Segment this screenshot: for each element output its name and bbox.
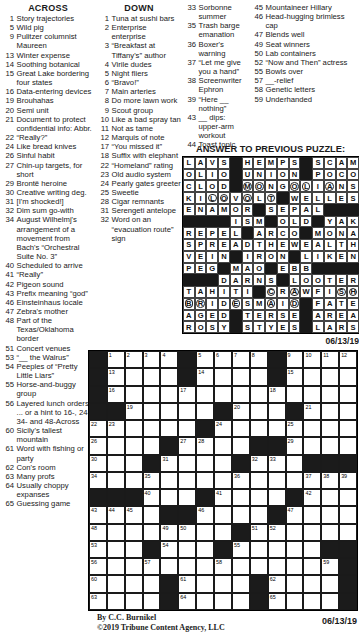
- down-clue-number: 43: [184, 113, 196, 140]
- cell-r9c10[interactable]: [250, 489, 268, 506]
- black-cell-r4c8: [214, 403, 232, 420]
- cell-r7c5[interactable]: 31: [160, 455, 178, 472]
- cell-r3c13[interactable]: [303, 386, 321, 403]
- cell-r14c7[interactable]: [196, 575, 214, 592]
- cell-r5c14[interactable]: [321, 420, 339, 437]
- cell-r1c5[interactable]: 4: [160, 351, 178, 368]
- answer-cell-r15c11: [300, 321, 312, 333]
- answer-cell-r14c15: A: [347, 310, 359, 322]
- cell-r3c4[interactable]: [143, 386, 161, 403]
- cell-r8c13[interactable]: 37: [303, 472, 321, 489]
- cell-r2c15[interactable]: [339, 368, 357, 385]
- cell-r6c2[interactable]: [107, 437, 125, 454]
- cell-r2c14[interactable]: [321, 368, 339, 385]
- cell-r10c7[interactable]: 46: [196, 506, 214, 523]
- cell-r7c12[interactable]: [286, 455, 304, 472]
- black-cell-r9c7: [196, 489, 214, 506]
- answer-cell-r13c4: D: [218, 298, 230, 310]
- cell-r13c8[interactable]: 58: [214, 558, 232, 575]
- down-clue-number: 1: [97, 14, 109, 23]
- cell-r15c4[interactable]: [143, 593, 161, 610]
- cell-r3c7[interactable]: [196, 386, 214, 403]
- cell-r4c13[interactable]: 21: [303, 403, 321, 420]
- down-clue-number: 7: [97, 87, 109, 96]
- cell-r5c6[interactable]: [178, 420, 196, 437]
- cell-r11c14[interactable]: [321, 524, 339, 541]
- cell-r13c7[interactable]: [196, 558, 214, 575]
- cell-r10c13[interactable]: [303, 506, 321, 523]
- cell-r12c9[interactable]: 55: [232, 541, 250, 558]
- down-clue-text: Night fliers: [112, 69, 182, 78]
- cell-r11c1[interactable]: 48: [89, 524, 107, 541]
- cell-r5c15[interactable]: [339, 420, 357, 437]
- cell-r5c5[interactable]: [160, 420, 178, 437]
- across-clue-number: 32: [2, 206, 14, 215]
- cell-r6c15[interactable]: [339, 437, 357, 454]
- cell-r12c12[interactable]: [286, 541, 304, 558]
- across-clue-text: Soothing botanical: [17, 60, 95, 69]
- down-clue-33: 33Sorbonne summer: [184, 3, 249, 21]
- across-clue-number: 29: [2, 179, 14, 188]
- theme-circle: [243, 182, 252, 191]
- down-clue-36: 36Boxer's warning: [184, 40, 249, 58]
- cell-r9c4[interactable]: 40: [143, 489, 161, 506]
- cell-r1c10[interactable]: 8: [250, 351, 268, 368]
- cell-r14c8[interactable]: [214, 575, 232, 592]
- cell-r6c8[interactable]: [214, 437, 232, 454]
- cell-r15c2[interactable]: [107, 593, 125, 610]
- cell-r12c6[interactable]: [178, 541, 196, 558]
- cell-r15c9[interactable]: [232, 593, 250, 610]
- cell-r3c5[interactable]: [160, 386, 178, 403]
- down-clue-number: 33: [184, 3, 196, 21]
- answer-cell-r11c1: [183, 274, 195, 286]
- cell-r8c8[interactable]: [214, 472, 232, 489]
- black-cell-r12c14: [321, 541, 339, 558]
- cell-r10c14[interactable]: [321, 506, 339, 523]
- cell-r7c8[interactable]: [214, 455, 232, 472]
- cell-r8c3[interactable]: [125, 472, 143, 489]
- across-clue-text: Like bread knives: [17, 142, 95, 151]
- cell-r4c5[interactable]: [160, 403, 178, 420]
- cell-r2c5[interactable]: [160, 368, 178, 385]
- cell-r5c13[interactable]: [303, 420, 321, 437]
- answer-cell-r11c13: T: [324, 274, 336, 286]
- answer-cell-r6c12: [312, 216, 324, 228]
- cell-r1c12[interactable]: 9: [286, 351, 304, 368]
- cell-number-42: 42: [305, 490, 311, 496]
- cell-r11c6[interactable]: 50: [178, 524, 196, 541]
- down-clue-number: 3: [97, 41, 109, 59]
- across-clue-text: Great Lake bordering four states: [17, 69, 95, 87]
- down-header: DOWN: [97, 3, 181, 13]
- cell-r15c1[interactable]: 63: [89, 593, 107, 610]
- answer-cell-r5c14: [336, 204, 348, 216]
- across-clue-number: 55: [2, 380, 14, 398]
- cell-r15c12[interactable]: [286, 593, 304, 610]
- down-clue-number: 58: [251, 85, 263, 94]
- down-clue-17: 17“You missed it”: [97, 142, 181, 151]
- cell-r9c9[interactable]: [232, 489, 250, 506]
- answer-cell-r2c14: C: [336, 169, 348, 181]
- cell-r13c12[interactable]: [286, 558, 304, 575]
- cell-r12c2[interactable]: [107, 541, 125, 558]
- cell-r8c12[interactable]: [286, 472, 304, 489]
- cell-r14c3[interactable]: [125, 575, 143, 592]
- cell-r11c8[interactable]: [214, 524, 232, 541]
- cell-r4c11[interactable]: [268, 403, 286, 420]
- cell-number-52: 52: [270, 525, 276, 531]
- cell-r4c3[interactable]: 19: [125, 403, 143, 420]
- across-clue-number: 42: [2, 280, 14, 289]
- cell-r3c11[interactable]: 18: [268, 386, 286, 403]
- cell-r2c8[interactable]: [214, 368, 232, 385]
- down-clue-list-1: 1Tuna at sushi bars2Enterprise enterpris…: [97, 14, 181, 243]
- answer-cell-r2c9: O: [277, 169, 289, 181]
- down-clue-number: 17: [97, 142, 109, 151]
- cell-r2c7[interactable]: 14: [196, 368, 214, 385]
- answer-cell-r3c7: O: [253, 180, 265, 192]
- cell-r8c1[interactable]: 34: [89, 472, 107, 489]
- cell-r12c5[interactable]: 54: [160, 541, 178, 558]
- cell-r13c6[interactable]: [178, 558, 196, 575]
- cell-r3c15[interactable]: [339, 386, 357, 403]
- cell-r4c7[interactable]: [196, 403, 214, 420]
- answer-cell-r8c2: P: [195, 239, 207, 251]
- down-clue-text: Screenwriter Ephron: [199, 76, 250, 94]
- cell-r1c15[interactable]: 12: [339, 351, 357, 368]
- cell-r5c10[interactable]: [250, 420, 268, 437]
- answer-cell-r5c6: R: [242, 204, 254, 216]
- cell-r15c6[interactable]: 64: [178, 593, 196, 610]
- cell-r15c11[interactable]: 65: [268, 593, 286, 610]
- answer-cell-r11c8: S: [265, 274, 277, 286]
- cell-r15c14[interactable]: [321, 593, 339, 610]
- answer-cell-r1c14: A: [336, 157, 348, 169]
- answer-cell-r11c10: L: [289, 274, 301, 286]
- across-clue-21: 21Document to protect confidential info:…: [2, 115, 94, 133]
- down-clue-7: 7Main arteries: [97, 87, 181, 96]
- across-clue-text: Prefix meaning “god”: [17, 289, 95, 298]
- answer-cell-r11c15: R: [347, 274, 359, 286]
- cell-r10c2[interactable]: 44: [107, 506, 125, 523]
- answer-cell-r14c7: E: [253, 310, 265, 322]
- answer-cell-r3c11: L: [300, 180, 312, 192]
- cell-r7c3[interactable]: [125, 455, 143, 472]
- answer-cell-r4c2: I: [195, 192, 207, 204]
- cell-r1c7[interactable]: 5: [196, 351, 214, 368]
- answer-cell-r13c7: M: [253, 298, 265, 310]
- across-clue-41: 41“Really”: [2, 270, 94, 279]
- cell-r4c6[interactable]: [178, 403, 196, 420]
- cell-r8c15[interactable]: 39: [339, 472, 357, 489]
- cell-r1c4[interactable]: 3: [143, 351, 161, 368]
- cell-r1c3[interactable]: 2: [125, 351, 143, 368]
- cell-r8c4[interactable]: 35: [143, 472, 161, 489]
- cell-r12c10[interactable]: [250, 541, 268, 558]
- answer-cell-r9c4: N: [218, 251, 230, 263]
- answer-cell-r13c3: I: [206, 298, 218, 310]
- cell-r2c12[interactable]: 15: [286, 368, 304, 385]
- cell-r11c15[interactable]: [339, 524, 357, 541]
- black-cell-r9c3: [125, 489, 143, 506]
- cell-r10c4[interactable]: [143, 506, 161, 523]
- answer-cell-r4c8: T: [265, 192, 277, 204]
- across-clue-51: 51Concert venues: [2, 344, 94, 353]
- cell-r7c1[interactable]: 30: [89, 455, 107, 472]
- cell-r8c11[interactable]: [268, 472, 286, 489]
- answer-cell-r5c13: [324, 204, 336, 216]
- cell-r2c13[interactable]: [303, 368, 321, 385]
- cell-r2c9[interactable]: [232, 368, 250, 385]
- cell-r9c15[interactable]: [339, 489, 357, 506]
- cell-r14c9[interactable]: [232, 575, 250, 592]
- cell-r6c6[interactable]: 27: [178, 437, 196, 454]
- answer-cell-r10c14: [336, 263, 348, 275]
- cell-r11c5[interactable]: 49: [160, 524, 178, 541]
- cell-number-9: 9: [288, 352, 291, 358]
- answer-cell-r10c1: P: [183, 263, 195, 275]
- cell-number-25: 25: [288, 421, 294, 427]
- black-cell-r2c6: [178, 368, 196, 385]
- cell-r3c3[interactable]: [125, 386, 143, 403]
- previous-answer-grid: LAVSHEMPSSCAMOLIOUNIONPOCOCLODMONGOLIANS…: [182, 156, 359, 334]
- cell-r2c10[interactable]: [250, 368, 268, 385]
- cell-r12c7[interactable]: [196, 541, 214, 558]
- cell-r3c9[interactable]: [232, 386, 250, 403]
- cell-r7c2[interactable]: [107, 455, 125, 472]
- down-clue-text: Pearly gates greeter: [112, 179, 182, 188]
- cell-r6c9[interactable]: [232, 437, 250, 454]
- cell-r13c11[interactable]: [268, 558, 286, 575]
- cell-r3c2[interactable]: 16: [107, 386, 125, 403]
- cell-r14c13[interactable]: [303, 575, 321, 592]
- byline: By C.C. Burnikel ©2019 Tribune Content A…: [97, 613, 225, 633]
- cell-r11c11[interactable]: 52: [268, 524, 286, 541]
- cell-r8c6[interactable]: [178, 472, 196, 489]
- answer-cell-r7c14: N: [336, 227, 348, 239]
- cell-r11c7[interactable]: [196, 524, 214, 541]
- answer-cell-r6c15: K: [347, 216, 359, 228]
- cell-r3c12[interactable]: [286, 386, 304, 403]
- answer-cell-r14c2: G: [195, 310, 207, 322]
- cell-r13c13[interactable]: [303, 558, 321, 575]
- cell-r11c2[interactable]: [107, 524, 125, 541]
- answer-cell-r15c12: L: [312, 321, 324, 333]
- cell-r5c9[interactable]: [232, 420, 250, 437]
- cell-r10c12[interactable]: 47: [286, 506, 304, 523]
- cell-r15c8[interactable]: [214, 593, 232, 610]
- cell-r7c6[interactable]: [178, 455, 196, 472]
- cell-r4c14[interactable]: [321, 403, 339, 420]
- down-clue-number: 18: [97, 151, 109, 160]
- answer-cell-r10c12: [312, 263, 324, 275]
- cell-r1c9[interactable]: 7: [232, 351, 250, 368]
- black-cell-r14c10: [250, 575, 268, 592]
- cell-number-21: 21: [305, 404, 311, 410]
- cell-r13c14[interactable]: 59: [321, 558, 339, 575]
- cell-r8c2[interactable]: [107, 472, 125, 489]
- cell-r11c3[interactable]: [125, 524, 143, 541]
- cell-number-44: 44: [109, 507, 115, 513]
- across-clue-number: 21: [2, 115, 14, 133]
- cell-r15c13[interactable]: [303, 593, 321, 610]
- cell-r7c11[interactable]: 33: [268, 455, 286, 472]
- cell-r8c7[interactable]: [196, 472, 214, 489]
- cell-r10c10[interactable]: [250, 506, 268, 523]
- cell-number-30: 30: [91, 456, 97, 462]
- cell-r5c12[interactable]: 25: [286, 420, 304, 437]
- cell-r10c1[interactable]: 43: [89, 506, 107, 523]
- cell-r14c11[interactable]: 62: [268, 575, 286, 592]
- down-clue-number: 11: [97, 124, 109, 133]
- black-cell-r15c5: [160, 593, 178, 610]
- cell-r3c8[interactable]: [214, 386, 232, 403]
- across-clue-20: 20Semi unit: [2, 106, 94, 115]
- cell-r11c10[interactable]: 51: [250, 524, 268, 541]
- cell-r1c13[interactable]: 10: [303, 351, 321, 368]
- cell-r11c13[interactable]: [303, 524, 321, 541]
- cell-r15c7[interactable]: [196, 593, 214, 610]
- answer-cell-r9c10: [289, 251, 301, 263]
- cell-r10c9[interactable]: [232, 506, 250, 523]
- cell-r15c3[interactable]: [125, 593, 143, 610]
- across-clue-number: 40: [2, 261, 14, 270]
- down-clue-text: “Bravo!”: [112, 78, 182, 87]
- down-clue-text: Mountaineer Hillary: [266, 3, 358, 12]
- cell-r10c3[interactable]: 45: [125, 506, 143, 523]
- answer-cell-r4c11: E: [300, 192, 312, 204]
- cell-r13c3[interactable]: [125, 558, 143, 575]
- across-clue-42: 42Pigeon sound: [2, 280, 94, 289]
- cell-r14c2[interactable]: [107, 575, 125, 592]
- down-clue-number: 55: [251, 67, 263, 76]
- cell-r9c6[interactable]: [178, 489, 196, 506]
- cell-r10c15[interactable]: [339, 506, 357, 523]
- cell-r13c1[interactable]: 56: [89, 558, 107, 575]
- cell-r13c9[interactable]: [232, 558, 250, 575]
- cell-r14c4[interactable]: [143, 575, 161, 592]
- cell-r14c14[interactable]: [321, 575, 339, 592]
- cell-r5c8[interactable]: 24: [214, 420, 232, 437]
- across-clue-53: 53“__ the Walrus”: [2, 353, 94, 362]
- across-clue-43: 43Prefix meaning “god”: [2, 289, 94, 298]
- cell-r3c14[interactable]: [321, 386, 339, 403]
- cell-number-33: 33: [270, 456, 276, 462]
- cell-r13c10[interactable]: [250, 558, 268, 575]
- answer-cell-r8c15: H: [347, 239, 359, 251]
- cell-r1c14[interactable]: 11: [321, 351, 339, 368]
- black-cell-r9c1: [89, 489, 107, 506]
- answer-cell-r1c6: H: [242, 157, 254, 169]
- across-clue-text: Usually choppy expanses: [17, 481, 95, 499]
- down-clue-number: 39: [184, 95, 196, 113]
- cell-r9c13[interactable]: 42: [303, 489, 321, 506]
- cell-r12c1[interactable]: 53: [89, 541, 107, 558]
- cell-r2c4[interactable]: [143, 368, 161, 385]
- cell-r11c4[interactable]: [143, 524, 161, 541]
- answer-cell-r4c1: K: [183, 192, 195, 204]
- cell-r8c10[interactable]: [250, 472, 268, 489]
- answer-cell-r1c1: L: [183, 157, 195, 169]
- cell-r2c3[interactable]: [125, 368, 143, 385]
- answer-cell-r10c11: B: [300, 263, 312, 275]
- down-clue-11: 11Not as tame: [97, 124, 181, 133]
- cell-r8c5[interactable]: [160, 472, 178, 489]
- cell-r6c4[interactable]: [143, 437, 161, 454]
- cell-r14c6[interactable]: 61: [178, 575, 196, 592]
- cell-r7c10[interactable]: 32: [250, 455, 268, 472]
- cell-r9c5[interactable]: [160, 489, 178, 506]
- cell-r6c12[interactable]: 29: [286, 437, 304, 454]
- cell-r7c7[interactable]: [196, 455, 214, 472]
- cell-r6c14[interactable]: [321, 437, 339, 454]
- cell-r3c10[interactable]: [250, 386, 268, 403]
- cell-r5c4[interactable]: [143, 420, 161, 437]
- answer-cell-r7c2: E: [195, 227, 207, 239]
- answer-cell-r15c13: A: [324, 321, 336, 333]
- cell-r8c14[interactable]: 38: [321, 472, 339, 489]
- cell-r1c8[interactable]: 6: [214, 351, 232, 368]
- down-clue-52: 52“Now and Then” actress: [251, 58, 357, 67]
- across-clue-55: 55Horse-and-buggy group: [2, 380, 94, 398]
- cell-r9c8[interactable]: 41: [214, 489, 232, 506]
- cell-r6c13[interactable]: [303, 437, 321, 454]
- cell-r5c2[interactable]: 23: [107, 420, 125, 437]
- cell-r10c8[interactable]: [214, 506, 232, 523]
- down-clue-23: 23Old audio system: [97, 170, 181, 179]
- cell-r5c3[interactable]: [125, 420, 143, 437]
- answer-cell-r14c3: E: [206, 310, 218, 322]
- across-clue-number: 62: [2, 463, 14, 472]
- cell-r5c11[interactable]: [268, 420, 286, 437]
- cell-r9c11[interactable]: [268, 489, 286, 506]
- cell-r4c15[interactable]: [339, 403, 357, 420]
- cell-r4c9[interactable]: 20: [232, 403, 250, 420]
- cell-r13c5[interactable]: [160, 558, 178, 575]
- across-clue-62: 62Con's room: [2, 463, 94, 472]
- cell-r6c3[interactable]: [125, 437, 143, 454]
- down-clue-4: 4Virile dudes: [97, 60, 181, 69]
- cell-r13c4[interactable]: 57: [143, 558, 161, 575]
- down-clue-2: 2Enterprise enterprise: [97, 23, 181, 41]
- cell-r13c2[interactable]: [107, 558, 125, 575]
- cell-r4c4[interactable]: [143, 403, 161, 420]
- answer-cell-r2c4: O: [218, 169, 230, 181]
- answer-cell-r7c11: [300, 227, 312, 239]
- theme-circle: [255, 182, 264, 191]
- across-clue-22: 22“Really?”: [2, 133, 94, 142]
- cell-r12c3[interactable]: [125, 541, 143, 558]
- cell-r1c2[interactable]: 1: [107, 351, 125, 368]
- cell-r14c1[interactable]: 60: [89, 575, 107, 592]
- down-clue-text: Trash barge emanation: [199, 21, 250, 39]
- cell-r12c13[interactable]: [303, 541, 321, 558]
- cell-r8c9[interactable]: 36: [232, 472, 250, 489]
- cell-r6c1[interactable]: 26: [89, 437, 107, 454]
- cell-r9c14[interactable]: [321, 489, 339, 506]
- cell-r2c2[interactable]: 13: [107, 368, 125, 385]
- cell-r4c10[interactable]: [250, 403, 268, 420]
- cell-r11c12[interactable]: [286, 524, 304, 541]
- cell-r14c12[interactable]: [286, 575, 304, 592]
- answer-cell-r3c2: L: [195, 180, 207, 192]
- cell-r3c6[interactable]: 17: [178, 386, 196, 403]
- cell-r12c11[interactable]: [268, 541, 286, 558]
- cell-r5c1[interactable]: 22: [89, 420, 107, 437]
- cell-r6c7[interactable]: 28: [196, 437, 214, 454]
- answer-cell-r10c3: G: [206, 263, 218, 275]
